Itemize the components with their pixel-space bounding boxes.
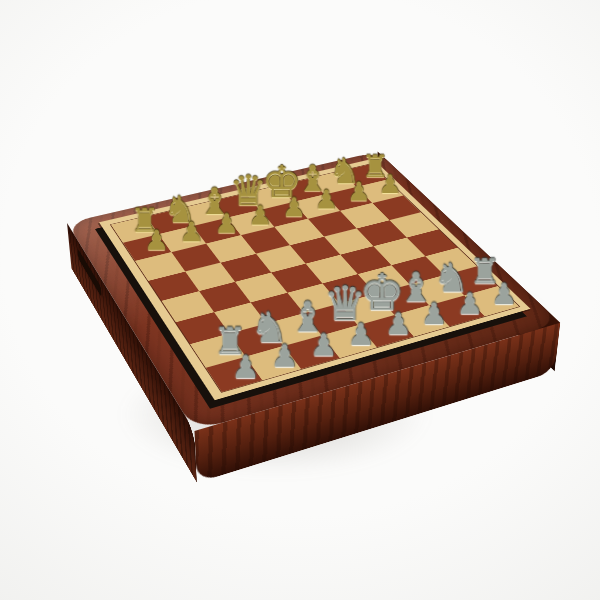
square-b1: ♟ bbox=[245, 346, 301, 381]
chess-box: ♜♞♝♛♚♝♞♜♟♟♟♟♟♟♟♟♜♞♝♛♚♝♞♜♟♟♟♟♟♟♟♟ bbox=[67, 151, 560, 431]
product-photo-chess-set: ♜♞♝♛♚♝♞♜♟♟♟♟♟♟♟♟♜♞♝♛♚♝♞♜♟♟♟♟♟♟♟♟ bbox=[0, 0, 600, 600]
perspective-scene: ♜♞♝♛♚♝♞♜♟♟♟♟♟♟♟♟♜♞♝♛♚♝♞♜♟♟♟♟♟♟♟♟ bbox=[0, 0, 600, 600]
